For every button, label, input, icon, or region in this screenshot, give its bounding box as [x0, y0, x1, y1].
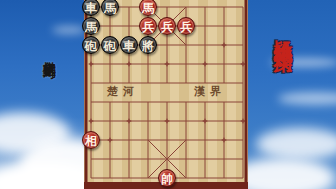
- left-sky-panel: [0, 0, 84, 189]
- xiangqi-board: 楚河 漢界 車馬馬馬兵兵兵砲砲車將相帥: [84, 0, 248, 189]
- piece-red-general[interactable]: 帥: [158, 169, 176, 187]
- piece-black-chariot[interactable]: 車: [82, 0, 100, 16]
- video-frame: 象棋刘正哥 疑难绝妙实用 楚河 漢界 車馬馬馬兵兵兵砲砲車將相帥: [0, 0, 336, 189]
- piece-black-cannon[interactable]: 砲: [82, 36, 100, 54]
- piece-red-soldier[interactable]: 兵: [158, 17, 176, 35]
- piece-black-horse[interactable]: 馬: [101, 0, 119, 16]
- piece-black-cannon[interactable]: 砲: [101, 36, 119, 54]
- pieces-grid: 車馬馬馬兵兵兵砲砲車將相帥: [82, 0, 253, 188]
- channel-name-banner: 象棋刘正哥: [40, 50, 58, 58]
- piece-red-elephant[interactable]: 相: [82, 131, 100, 149]
- cloud: [52, 26, 84, 34]
- piece-black-general[interactable]: 將: [139, 36, 157, 54]
- piece-red-soldier[interactable]: 兵: [139, 17, 157, 35]
- cloud: [0, 162, 84, 189]
- piece-black-horse[interactable]: 馬: [82, 17, 100, 35]
- cloud: [248, 158, 335, 189]
- cloud: [256, 128, 336, 160]
- piece-red-soldier[interactable]: 兵: [177, 17, 195, 35]
- episode-title-banner: 疑难绝妙实用: [271, 24, 297, 42]
- cloud: [270, 58, 336, 67]
- piece-black-chariot[interactable]: 車: [120, 36, 138, 54]
- piece-red-horse[interactable]: 馬: [139, 0, 157, 16]
- cloud: [278, 92, 336, 105]
